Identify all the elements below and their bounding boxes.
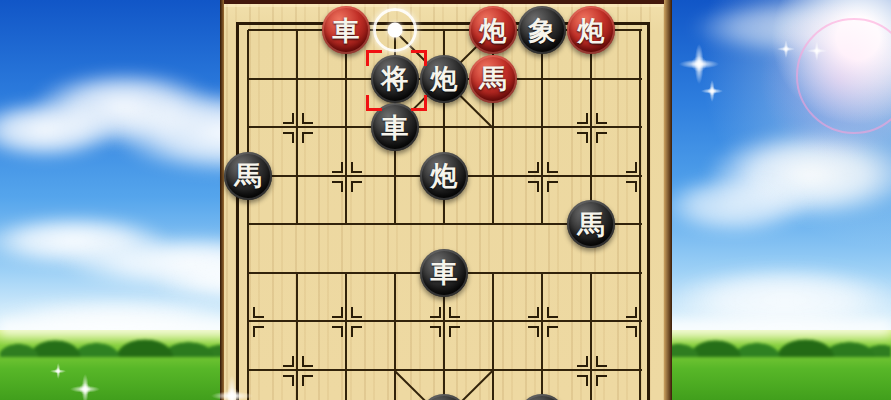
grid-line-vertical bbox=[541, 273, 543, 400]
point-marker bbox=[528, 307, 539, 318]
point-marker bbox=[283, 132, 294, 143]
piece-character: 馬 bbox=[480, 65, 507, 92]
point-marker bbox=[528, 162, 539, 173]
sparkle-icon bbox=[679, 44, 719, 84]
piece-character: 馬 bbox=[578, 211, 605, 238]
grid-line-vertical bbox=[590, 273, 592, 400]
point-marker bbox=[253, 326, 264, 337]
piece-red-cannon[interactable]: 炮 bbox=[469, 6, 517, 54]
point-marker bbox=[626, 162, 637, 173]
point-marker bbox=[596, 132, 607, 143]
sparkle-icon bbox=[777, 40, 795, 58]
piece-red-cannon[interactable]: 炮 bbox=[567, 6, 615, 54]
grid-line-horizontal bbox=[248, 320, 642, 322]
point-marker bbox=[430, 326, 441, 337]
point-marker bbox=[577, 132, 588, 143]
point-marker bbox=[577, 356, 588, 367]
piece-black-unknown-partially-visible[interactable] bbox=[518, 394, 566, 400]
point-marker bbox=[547, 307, 558, 318]
point-marker bbox=[626, 307, 637, 318]
piece-character: 車 bbox=[431, 259, 458, 286]
point-marker bbox=[351, 307, 362, 318]
board-grid[interactable]: 車炮象炮将炮馬車馬炮馬車 bbox=[220, 0, 672, 400]
piece-black-cannon[interactable]: 炮 bbox=[420, 55, 468, 103]
grid-line-vertical bbox=[590, 30, 592, 224]
sparkle-icon bbox=[807, 41, 827, 61]
selection-bracket bbox=[411, 95, 427, 111]
point-marker bbox=[547, 326, 558, 337]
point-marker bbox=[332, 326, 343, 337]
piece-black-cannon[interactable]: 炮 bbox=[420, 152, 468, 200]
point-marker bbox=[577, 375, 588, 386]
piece-black-elephant[interactable]: 象 bbox=[518, 6, 566, 54]
point-marker bbox=[283, 356, 294, 367]
point-marker bbox=[283, 113, 294, 124]
point-marker bbox=[528, 181, 539, 192]
piece-character: 車 bbox=[333, 17, 360, 44]
grid-line-vertical bbox=[541, 30, 543, 224]
piece-character: 馬 bbox=[235, 162, 262, 189]
selection-bracket bbox=[411, 50, 427, 66]
piece-character: 炮 bbox=[431, 162, 458, 189]
sparkle-icon bbox=[50, 363, 66, 379]
point-marker bbox=[528, 326, 539, 337]
point-marker bbox=[332, 307, 343, 318]
point-marker bbox=[449, 326, 460, 337]
point-marker bbox=[626, 181, 637, 192]
point-marker bbox=[596, 375, 607, 386]
grid-line-vertical bbox=[296, 273, 298, 400]
point-marker bbox=[596, 356, 607, 367]
piece-red-horse[interactable]: 馬 bbox=[469, 55, 517, 103]
grid-line-vertical bbox=[394, 273, 396, 400]
point-marker bbox=[596, 113, 607, 124]
piece-character: 将 bbox=[382, 65, 409, 92]
point-marker bbox=[626, 326, 637, 337]
grid-line-vertical bbox=[345, 30, 347, 224]
cloud bbox=[660, 175, 810, 235]
point-marker bbox=[351, 162, 362, 173]
grid-line-vertical bbox=[639, 30, 641, 400]
point-marker bbox=[547, 181, 558, 192]
piece-black-chariot[interactable]: 車 bbox=[420, 249, 468, 297]
sparkle-icon bbox=[701, 80, 723, 102]
point-marker bbox=[332, 181, 343, 192]
sparkle-icon bbox=[70, 374, 100, 400]
selection-bracket bbox=[366, 50, 382, 66]
piece-black-horse[interactable]: 馬 bbox=[567, 200, 615, 248]
point-marker bbox=[449, 307, 460, 318]
grid-line-horizontal bbox=[248, 369, 642, 371]
grid-line-vertical bbox=[345, 273, 347, 400]
grid-line-vertical bbox=[247, 30, 249, 400]
point-marker bbox=[302, 132, 313, 143]
grid-line-vertical bbox=[296, 30, 298, 224]
point-marker bbox=[547, 162, 558, 173]
point-marker bbox=[302, 375, 313, 386]
move-origin-dot bbox=[388, 23, 403, 38]
piece-black-horse[interactable]: 馬 bbox=[224, 152, 272, 200]
point-marker bbox=[430, 307, 441, 318]
piece-character: 炮 bbox=[431, 65, 458, 92]
point-marker bbox=[332, 162, 343, 173]
piece-character: 車 bbox=[382, 114, 409, 141]
point-marker bbox=[351, 181, 362, 192]
treeline-left bbox=[0, 327, 230, 357]
point-marker bbox=[283, 375, 294, 386]
grid-line-vertical bbox=[492, 273, 494, 400]
piece-character: 象 bbox=[529, 17, 556, 44]
point-marker bbox=[351, 326, 362, 337]
piece-red-chariot[interactable]: 車 bbox=[322, 6, 370, 54]
selection-bracket bbox=[366, 95, 382, 111]
point-marker bbox=[302, 113, 313, 124]
piece-black-unknown-partially-visible[interactable] bbox=[420, 394, 468, 400]
piece-character: 炮 bbox=[578, 17, 605, 44]
point-marker bbox=[577, 113, 588, 124]
move-origin-marker bbox=[373, 8, 417, 52]
xiangqi-game-screen: { "game": "xiangqi (Chinese chess)", "bo… bbox=[0, 0, 891, 400]
point-marker bbox=[253, 307, 264, 318]
grid-line-horizontal bbox=[248, 126, 642, 128]
treeline-right bbox=[660, 327, 891, 357]
point-marker bbox=[302, 356, 313, 367]
xiangqi-board[interactable]: 車炮象炮将炮馬車馬炮馬車 bbox=[220, 0, 672, 400]
sparkle-icon bbox=[211, 375, 253, 400]
piece-character: 炮 bbox=[480, 17, 507, 44]
